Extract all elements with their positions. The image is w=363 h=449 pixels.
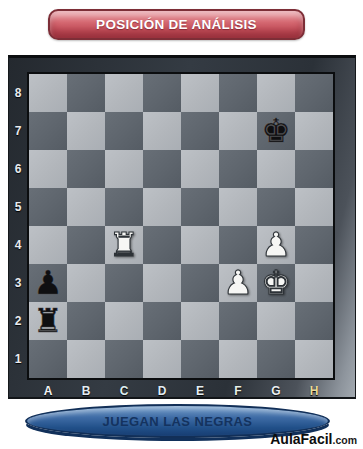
square-d3[interactable] [143, 264, 181, 302]
square-a3[interactable]: ♟ [29, 264, 67, 302]
square-e5[interactable] [181, 188, 219, 226]
square-e2[interactable] [181, 302, 219, 340]
square-f4[interactable] [219, 226, 257, 264]
file-label-c: C [105, 381, 143, 401]
square-a5[interactable] [29, 188, 67, 226]
square-h7[interactable] [295, 112, 333, 150]
rank-label-2: 2 [9, 302, 27, 340]
rank-label-8: 8 [9, 74, 27, 112]
square-c3[interactable] [105, 264, 143, 302]
square-a6[interactable] [29, 150, 67, 188]
square-g6[interactable] [257, 150, 295, 188]
file-label-h: H [295, 381, 333, 401]
square-a4[interactable] [29, 226, 67, 264]
rank-label-4: 4 [9, 226, 27, 264]
square-b4[interactable] [67, 226, 105, 264]
square-e3[interactable] [181, 264, 219, 302]
white-king[interactable]: ♚ [261, 264, 291, 302]
page: POSICIÓN DE ANÁLISIS 87654321 ♚♜♟♟♟♚♜ AB… [0, 0, 363, 449]
square-b8[interactable] [67, 74, 105, 112]
square-e1[interactable] [181, 340, 219, 378]
square-h8[interactable] [295, 74, 333, 112]
white-pawn[interactable]: ♟ [223, 264, 253, 302]
square-h4[interactable] [295, 226, 333, 264]
file-label-d: D [143, 381, 181, 401]
square-d1[interactable] [143, 340, 181, 378]
black-pawn[interactable]: ♟ [33, 264, 63, 302]
square-f6[interactable] [219, 150, 257, 188]
file-labels: ABCDEFGH [29, 381, 333, 401]
square-d6[interactable] [143, 150, 181, 188]
square-c7[interactable] [105, 112, 143, 150]
square-g3[interactable]: ♚ [257, 264, 295, 302]
square-d7[interactable] [143, 112, 181, 150]
file-label-f: F [219, 381, 257, 401]
square-f5[interactable] [219, 188, 257, 226]
black-king[interactable]: ♚ [261, 112, 291, 150]
square-c5[interactable] [105, 188, 143, 226]
square-b7[interactable] [67, 112, 105, 150]
rank-label-6: 6 [9, 150, 27, 188]
brand: AulaFacil.com [270, 430, 357, 448]
chess-board: 87654321 ♚♜♟♟♟♚♜ ABCDEFGH [8, 55, 356, 399]
square-f8[interactable] [219, 74, 257, 112]
square-h5[interactable] [295, 188, 333, 226]
square-c8[interactable] [105, 74, 143, 112]
square-b6[interactable] [67, 150, 105, 188]
square-h6[interactable] [295, 150, 333, 188]
square-c4[interactable]: ♜ [105, 226, 143, 264]
square-h3[interactable] [295, 264, 333, 302]
file-label-g: G [257, 381, 295, 401]
brand-suffix: .com [332, 434, 357, 446]
rank-label-7: 7 [9, 112, 27, 150]
square-b1[interactable] [67, 340, 105, 378]
square-d8[interactable] [143, 74, 181, 112]
square-g1[interactable] [257, 340, 295, 378]
white-rook[interactable]: ♜ [109, 226, 139, 264]
square-e6[interactable] [181, 150, 219, 188]
squares: ♚♜♟♟♟♚♜ [27, 72, 335, 380]
square-g5[interactable] [257, 188, 295, 226]
square-b2[interactable] [67, 302, 105, 340]
square-f7[interactable] [219, 112, 257, 150]
square-a2[interactable]: ♜ [29, 302, 67, 340]
square-f2[interactable] [219, 302, 257, 340]
title-banner: POSICIÓN DE ANÁLISIS [48, 9, 305, 40]
file-label-a: A [29, 381, 67, 401]
rank-labels: 87654321 [9, 74, 27, 378]
square-e7[interactable] [181, 112, 219, 150]
black-rook[interactable]: ♜ [33, 302, 63, 340]
file-label-e: E [181, 381, 219, 401]
square-b3[interactable] [67, 264, 105, 302]
square-c2[interactable] [105, 302, 143, 340]
square-h2[interactable] [295, 302, 333, 340]
square-g7[interactable]: ♚ [257, 112, 295, 150]
square-d5[interactable] [143, 188, 181, 226]
turn-indicator: JUEGAN LAS NEGRAS [103, 414, 253, 429]
square-a7[interactable] [29, 112, 67, 150]
white-pawn[interactable]: ♟ [261, 226, 291, 264]
square-f3[interactable]: ♟ [219, 264, 257, 302]
rank-label-5: 5 [9, 188, 27, 226]
square-d4[interactable] [143, 226, 181, 264]
square-h1[interactable] [295, 340, 333, 378]
square-c6[interactable] [105, 150, 143, 188]
square-g4[interactable]: ♟ [257, 226, 295, 264]
brand-name: AulaFacil [270, 431, 332, 447]
rank-label-3: 3 [9, 264, 27, 302]
square-b5[interactable] [67, 188, 105, 226]
rank-label-1: 1 [9, 340, 27, 378]
square-e4[interactable] [181, 226, 219, 264]
square-a8[interactable] [29, 74, 67, 112]
square-d2[interactable] [143, 302, 181, 340]
square-f1[interactable] [219, 340, 257, 378]
square-g8[interactable] [257, 74, 295, 112]
square-g2[interactable] [257, 302, 295, 340]
square-c1[interactable] [105, 340, 143, 378]
square-a1[interactable] [29, 340, 67, 378]
file-label-b: B [67, 381, 105, 401]
square-e8[interactable] [181, 74, 219, 112]
page-title: POSICIÓN DE ANÁLISIS [96, 17, 257, 32]
